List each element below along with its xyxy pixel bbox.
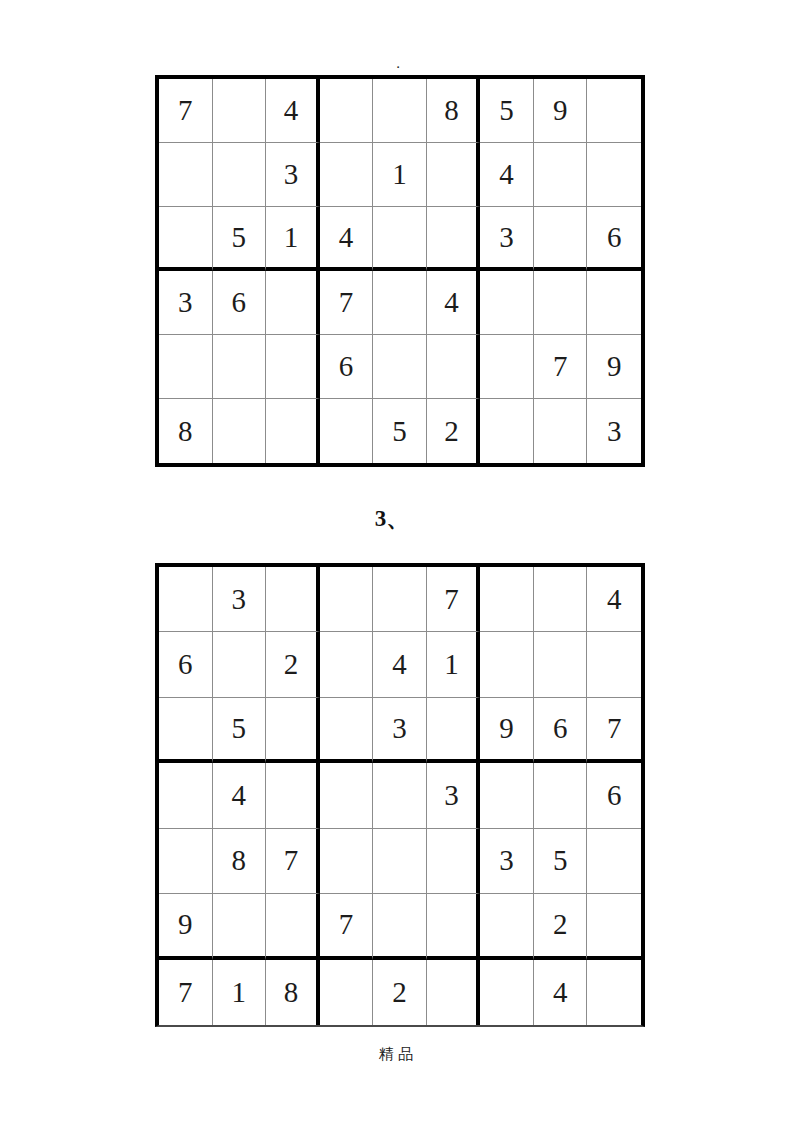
given-digit: 2 — [444, 417, 459, 446]
given-digit: 5 — [499, 96, 514, 125]
grid-b-cell-r2c1: 6 — [159, 632, 213, 697]
grid-b-cell-r6c6 — [427, 894, 481, 959]
grid-b-cell-r3c1 — [159, 698, 213, 763]
grid-a-cell-r1c4 — [320, 79, 374, 143]
grid-b-cell-r7c9 — [587, 960, 641, 1025]
given-digit: 7 — [607, 714, 622, 743]
grid-a-cell-r1c6: 8 — [427, 79, 481, 143]
grid-b-cell-r7c8: 4 — [534, 960, 588, 1025]
given-digit: 3 — [499, 846, 514, 875]
grid-b-cell-r6c4: 7 — [320, 894, 374, 959]
grid-b-cell-r5c4 — [320, 829, 374, 894]
grid-a-cell-r6c4 — [320, 399, 374, 463]
grid-a-cell-r6c6: 2 — [427, 399, 481, 463]
given-digit: 6 — [178, 650, 193, 679]
grid-a-cell-r6c8 — [534, 399, 588, 463]
grid-a-cell-r1c1: 7 — [159, 79, 213, 143]
given-digit: 9 — [499, 714, 514, 743]
grid-a-cell-r2c7: 4 — [480, 143, 534, 207]
grid-a-cell-r5c1 — [159, 335, 213, 399]
grid-b-cell-r5c5 — [373, 829, 427, 894]
given-digit: 2 — [553, 910, 568, 939]
grid-a-cell-r6c9: 3 — [587, 399, 641, 463]
given-digit: 5 — [392, 417, 407, 446]
grid-a-cell-r5c2 — [213, 335, 267, 399]
grid-b-cell-r5c7: 3 — [480, 829, 534, 894]
grid-b-cell-r3c5: 3 — [373, 698, 427, 763]
grid-a-cell-r2c1 — [159, 143, 213, 207]
grid-b-cell-r3c3 — [266, 698, 320, 763]
grid-a-cell-r6c2 — [213, 399, 267, 463]
given-digit: 2 — [284, 650, 299, 679]
grid-b-cell-r1c6: 7 — [427, 567, 481, 632]
grid-b-cell-r6c3 — [266, 894, 320, 959]
given-digit: 8 — [284, 978, 299, 1007]
grid-a-cell-r4c6: 4 — [427, 271, 481, 335]
given-digit: 3 — [607, 417, 622, 446]
grid-b-cell-r7c4 — [320, 960, 374, 1025]
grid-a-cell-r5c8: 7 — [534, 335, 588, 399]
grid-a-cell-r1c5 — [373, 79, 427, 143]
grid-b-cell-r6c2 — [213, 894, 267, 959]
grid-b-cell-r5c2: 8 — [213, 829, 267, 894]
grid-b-cell-r3c8: 6 — [534, 698, 588, 763]
grid-b-cell-r5c8: 5 — [534, 829, 588, 894]
given-digit: 9 — [553, 96, 568, 125]
grid-b-cell-r4c6: 3 — [427, 763, 481, 828]
grid-a-cell-r5c6 — [427, 335, 481, 399]
grid-b-cell-r2c2 — [213, 632, 267, 697]
grid-b-cell-r7c5: 2 — [373, 960, 427, 1025]
grid-b-cell-r3c7: 9 — [480, 698, 534, 763]
grid-a-cell-r4c7 — [480, 271, 534, 335]
grid-a-cell-r6c1: 8 — [159, 399, 213, 463]
grid-a-cell-r6c3 — [266, 399, 320, 463]
grid-b-cell-r1c9: 4 — [587, 567, 641, 632]
grid-b-cell-r1c4 — [320, 567, 374, 632]
sudoku-grid-lower: 374624153967436873597271824 — [155, 563, 645, 1027]
grid-a-cell-r3c9: 6 — [587, 207, 641, 271]
section-label-3: 3、 — [0, 502, 784, 536]
grid-b-cell-r2c4 — [320, 632, 374, 697]
grid-b-cell-r4c3 — [266, 763, 320, 828]
grid-a-cell-r1c2 — [213, 79, 267, 143]
grid-b-cell-r2c9 — [587, 632, 641, 697]
grid-b-cell-r6c9 — [587, 894, 641, 959]
given-digit: 7 — [553, 352, 568, 381]
grid-b-cell-r3c9: 7 — [587, 698, 641, 763]
grid-b-cell-r3c2: 5 — [213, 698, 267, 763]
given-digit: 5 — [232, 223, 247, 252]
grid-a-cell-r2c2 — [213, 143, 267, 207]
given-digit: 6 — [553, 714, 568, 743]
grid-a-cell-r3c7: 3 — [480, 207, 534, 271]
given-digit: 7 — [178, 978, 193, 1007]
grid-b-cell-r2c3: 2 — [266, 632, 320, 697]
given-digit: 4 — [392, 650, 407, 679]
grid-a-cell-r1c3: 4 — [266, 79, 320, 143]
grid-a-cell-r5c9: 9 — [587, 335, 641, 399]
grid-a-cell-r4c3 — [266, 271, 320, 335]
given-digit: 7 — [339, 288, 354, 317]
grid-b-cell-r2c6: 1 — [427, 632, 481, 697]
given-digit: 7 — [339, 910, 354, 939]
given-digit: 6 — [607, 223, 622, 252]
given-digit: 6 — [339, 352, 354, 381]
grid-b-cell-r4c8 — [534, 763, 588, 828]
grid-a-cell-r2c4 — [320, 143, 374, 207]
grid-b-cell-r1c1 — [159, 567, 213, 632]
grid-a-cell-r2c5: 1 — [373, 143, 427, 207]
given-digit: 6 — [232, 288, 247, 317]
given-digit: 4 — [232, 781, 247, 810]
grid-b-cell-r1c8 — [534, 567, 588, 632]
given-digit: 1 — [284, 223, 299, 252]
grid-b-cell-r7c6 — [427, 960, 481, 1025]
given-digit: 2 — [392, 978, 407, 1007]
grid-b-cell-r3c6 — [427, 698, 481, 763]
given-digit: 5 — [232, 714, 247, 743]
grid-b-cell-r5c3: 7 — [266, 829, 320, 894]
given-digit: 4 — [339, 223, 354, 252]
grid-b-cell-r6c7 — [480, 894, 534, 959]
grid-a-cell-r3c6 — [427, 207, 481, 271]
caption-dot: . — [0, 54, 796, 72]
grid-a-cell-r6c7 — [480, 399, 534, 463]
given-digit: 4 — [499, 160, 514, 189]
grid-a-cell-r3c4: 4 — [320, 207, 374, 271]
grid-a-cell-r5c7 — [480, 335, 534, 399]
grid-a-cell-r1c9 — [587, 79, 641, 143]
given-digit: 4 — [553, 978, 568, 1007]
grid-a-cell-r4c4: 7 — [320, 271, 374, 335]
grid-b-cell-r7c3: 8 — [266, 960, 320, 1025]
grid-b-cell-r1c5 — [373, 567, 427, 632]
grid-b-cell-r5c6 — [427, 829, 481, 894]
grid-b-cell-r2c8 — [534, 632, 588, 697]
grid-b-cell-r6c1: 9 — [159, 894, 213, 959]
given-digit: 8 — [232, 846, 247, 875]
grid-a-cell-r5c4: 6 — [320, 335, 374, 399]
grid-b-cell-r1c2: 3 — [213, 567, 267, 632]
given-digit: 3 — [392, 714, 407, 743]
grid-b-cell-r4c5 — [373, 763, 427, 828]
document-page: . 748593145143636746798523 3、 3746241539… — [0, 0, 800, 1132]
given-digit: 7 — [444, 585, 459, 614]
grid-a-cell-r1c7: 5 — [480, 79, 534, 143]
given-digit: 3 — [284, 160, 299, 189]
grid-b-cell-r7c2: 1 — [213, 960, 267, 1025]
grid-a-cell-r6c5: 5 — [373, 399, 427, 463]
grid-a-cell-r4c9 — [587, 271, 641, 335]
grid-b-cell-r1c3 — [266, 567, 320, 632]
given-digit: 5 — [553, 846, 568, 875]
grid-b-cell-r6c8: 2 — [534, 894, 588, 959]
given-digit: 3 — [499, 223, 514, 252]
grid-b-cell-r5c9 — [587, 829, 641, 894]
grid-b-cell-r4c9: 6 — [587, 763, 641, 828]
given-digit: 1 — [232, 978, 247, 1007]
grid-b-cell-r4c2: 4 — [213, 763, 267, 828]
footer-watermark: 精品 — [0, 1044, 796, 1064]
given-digit: 3 — [178, 288, 193, 317]
given-digit: 4 — [607, 585, 622, 614]
grid-a-cell-r2c6 — [427, 143, 481, 207]
grid-b-cell-r1c7 — [480, 567, 534, 632]
grid-b-cell-r4c4 — [320, 763, 374, 828]
given-digit: 4 — [444, 288, 459, 317]
grid-b-cell-r4c1 — [159, 763, 213, 828]
grid-a-cell-r5c3 — [266, 335, 320, 399]
given-digit: 7 — [178, 96, 193, 125]
grid-a-cell-r4c8 — [534, 271, 588, 335]
given-digit: 1 — [444, 650, 459, 679]
grid-a-cell-r3c8 — [534, 207, 588, 271]
given-digit: 9 — [607, 352, 622, 381]
grid-b-cell-r2c5: 4 — [373, 632, 427, 697]
given-digit: 8 — [444, 96, 459, 125]
grid-a-cell-r3c5 — [373, 207, 427, 271]
grid-a-cell-r2c3: 3 — [266, 143, 320, 207]
grid-a-cell-r3c1 — [159, 207, 213, 271]
given-digit: 8 — [178, 417, 193, 446]
grid-a-cell-r3c2: 5 — [213, 207, 267, 271]
grid-a-cell-r4c1: 3 — [159, 271, 213, 335]
grid-b-cell-r3c4 — [320, 698, 374, 763]
grid-a-cell-r2c9 — [587, 143, 641, 207]
given-digit: 6 — [607, 781, 622, 810]
grid-a-cell-r5c5 — [373, 335, 427, 399]
given-digit: 3 — [444, 781, 459, 810]
sudoku-grid-upper: 748593145143636746798523 — [155, 75, 645, 467]
given-digit: 9 — [178, 910, 193, 939]
grid-a-cell-r1c8: 9 — [534, 79, 588, 143]
grid-b-cell-r7c1: 7 — [159, 960, 213, 1025]
grid-a-cell-r3c3: 1 — [266, 207, 320, 271]
given-digit: 7 — [284, 846, 299, 875]
grid-b-cell-r7c7 — [480, 960, 534, 1025]
grid-b-cell-r6c5 — [373, 894, 427, 959]
grid-b-cell-r5c1 — [159, 829, 213, 894]
given-digit: 1 — [392, 160, 407, 189]
given-digit: 4 — [284, 96, 299, 125]
grid-b-cell-r2c7 — [480, 632, 534, 697]
given-digit: 3 — [232, 585, 247, 614]
grid-a-cell-r4c2: 6 — [213, 271, 267, 335]
grid-a-cell-r4c5 — [373, 271, 427, 335]
grid-b-cell-r4c7 — [480, 763, 534, 828]
grid-a-cell-r2c8 — [534, 143, 588, 207]
